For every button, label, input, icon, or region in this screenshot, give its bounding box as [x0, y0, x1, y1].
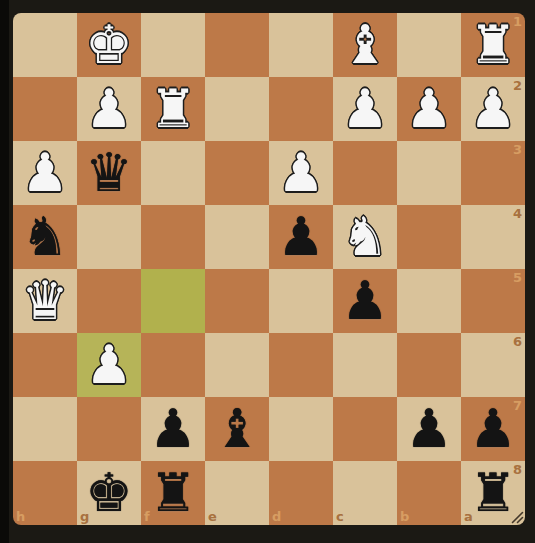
piece-black-rook[interactable]: ♜ — [469, 461, 517, 525]
square-b1[interactable] — [397, 13, 461, 77]
piece-black-rook[interactable]: ♜ — [149, 461, 197, 525]
piece-black-bishop[interactable]: ♝ — [213, 397, 261, 461]
square-f4[interactable] — [141, 205, 205, 269]
square-f8[interactable]: ♜f — [141, 461, 205, 525]
square-c4[interactable]: ♞ — [333, 205, 397, 269]
square-d5[interactable] — [269, 269, 333, 333]
square-h1[interactable] — [13, 13, 77, 77]
file-label-c: c — [336, 510, 344, 523]
square-f5[interactable] — [141, 269, 205, 333]
resize-handle-icon[interactable] — [511, 511, 524, 524]
square-e1[interactable] — [205, 13, 269, 77]
square-h3[interactable]: ♟ — [13, 141, 77, 205]
square-f6[interactable] — [141, 333, 205, 397]
square-a6[interactable]: 6 — [461, 333, 525, 397]
square-c8[interactable]: c — [333, 461, 397, 525]
square-b3[interactable] — [397, 141, 461, 205]
square-f7[interactable]: ♟ — [141, 397, 205, 461]
rank-label-3: 3 — [513, 143, 522, 156]
square-e4[interactable] — [205, 205, 269, 269]
square-f1[interactable] — [141, 13, 205, 77]
piece-white-pawn[interactable]: ♟ — [469, 77, 517, 141]
file-label-b: b — [400, 510, 409, 523]
square-g5[interactable] — [77, 269, 141, 333]
square-c5[interactable]: ♟ — [333, 269, 397, 333]
square-a7[interactable]: ♟7 — [461, 397, 525, 461]
piece-white-knight[interactable]: ♞ — [341, 205, 389, 269]
square-d8[interactable]: d — [269, 461, 333, 525]
square-a1[interactable]: ♜1 — [461, 13, 525, 77]
square-c3[interactable] — [333, 141, 397, 205]
rank-label-5: 5 — [513, 271, 522, 284]
square-e8[interactable]: e — [205, 461, 269, 525]
square-a2[interactable]: ♟2 — [461, 77, 525, 141]
square-g4[interactable] — [77, 205, 141, 269]
piece-white-pawn[interactable]: ♟ — [277, 141, 325, 205]
square-e7[interactable]: ♝ — [205, 397, 269, 461]
piece-white-pawn[interactable]: ♟ — [85, 77, 133, 141]
square-b2[interactable]: ♟ — [397, 77, 461, 141]
square-a8[interactable]: ♜a8 — [461, 461, 525, 525]
square-c2[interactable]: ♟ — [333, 77, 397, 141]
square-a3[interactable]: 3 — [461, 141, 525, 205]
piece-white-bishop[interactable]: ♝ — [341, 13, 389, 77]
square-e5[interactable] — [205, 269, 269, 333]
rank-label-6: 6 — [513, 335, 522, 348]
square-b5[interactable] — [397, 269, 461, 333]
square-b6[interactable] — [397, 333, 461, 397]
square-e3[interactable] — [205, 141, 269, 205]
piece-black-knight[interactable]: ♞ — [21, 205, 69, 269]
piece-white-pawn[interactable]: ♟ — [341, 77, 389, 141]
square-d3[interactable]: ♟ — [269, 141, 333, 205]
piece-black-pawn[interactable]: ♟ — [341, 269, 389, 333]
square-g7[interactable] — [77, 397, 141, 461]
square-g2[interactable]: ♟ — [77, 77, 141, 141]
square-g1[interactable]: ♚ — [77, 13, 141, 77]
piece-white-king[interactable]: ♚ — [85, 13, 133, 77]
rank-label-4: 4 — [513, 207, 522, 220]
piece-black-pawn[interactable]: ♟ — [277, 205, 325, 269]
square-c7[interactable] — [333, 397, 397, 461]
square-e6[interactable] — [205, 333, 269, 397]
piece-black-pawn[interactable]: ♟ — [149, 397, 197, 461]
chess-board: ♚♝♜1♟♜♟♟♟2♟♛♟3♞♟♞4♛♟5♟6♟♝♟♟7h♚g♜fedcb♜a8 — [13, 13, 525, 525]
square-d6[interactable] — [269, 333, 333, 397]
piece-white-pawn[interactable]: ♟ — [85, 333, 133, 397]
square-g3[interactable]: ♛ — [77, 141, 141, 205]
left-edge-strip — [0, 0, 9, 543]
square-h4[interactable]: ♞ — [13, 205, 77, 269]
square-b7[interactable]: ♟ — [397, 397, 461, 461]
square-h8[interactable]: h — [13, 461, 77, 525]
piece-black-pawn[interactable]: ♟ — [469, 397, 517, 461]
square-d7[interactable] — [269, 397, 333, 461]
square-d4[interactable]: ♟ — [269, 205, 333, 269]
page-background: ♚♝♜1♟♜♟♟♟2♟♛♟3♞♟♞4♛♟5♟6♟♝♟♟7h♚g♜fedcb♜a8 — [0, 0, 535, 543]
square-c1[interactable]: ♝ — [333, 13, 397, 77]
square-e2[interactable] — [205, 77, 269, 141]
piece-black-queen[interactable]: ♛ — [85, 141, 133, 205]
piece-black-king[interactable]: ♚ — [85, 461, 133, 525]
piece-white-queen[interactable]: ♛ — [21, 269, 69, 333]
square-b8[interactable]: b — [397, 461, 461, 525]
square-a5[interactable]: 5 — [461, 269, 525, 333]
square-g6[interactable]: ♟ — [77, 333, 141, 397]
file-label-e: e — [208, 510, 217, 523]
square-h6[interactable] — [13, 333, 77, 397]
square-h5[interactable]: ♛ — [13, 269, 77, 333]
square-d2[interactable] — [269, 77, 333, 141]
square-c6[interactable] — [333, 333, 397, 397]
file-label-d: d — [272, 510, 281, 523]
square-a4[interactable]: 4 — [461, 205, 525, 269]
square-g8[interactable]: ♚g — [77, 461, 141, 525]
square-f2[interactable]: ♜ — [141, 77, 205, 141]
square-h2[interactable] — [13, 77, 77, 141]
square-d1[interactable] — [269, 13, 333, 77]
square-h7[interactable] — [13, 397, 77, 461]
piece-white-rook[interactable]: ♜ — [149, 77, 197, 141]
file-label-h: h — [16, 510, 25, 523]
piece-white-pawn[interactable]: ♟ — [405, 77, 453, 141]
square-b4[interactable] — [397, 205, 461, 269]
piece-white-pawn[interactable]: ♟ — [21, 141, 69, 205]
piece-black-pawn[interactable]: ♟ — [405, 397, 453, 461]
square-f3[interactable] — [141, 141, 205, 205]
piece-white-rook[interactable]: ♜ — [469, 13, 517, 77]
